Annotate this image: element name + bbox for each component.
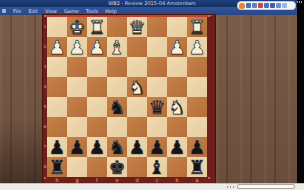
square-f4[interactable]: [87, 77, 107, 97]
square-f7[interactable]: ♟: [87, 137, 107, 157]
square-c3[interactable]: [147, 57, 167, 77]
piece-white-pawn: ♟: [87, 37, 107, 57]
piece-black-pawn: ♟: [167, 137, 187, 157]
square-b3[interactable]: [167, 57, 187, 77]
square-e2[interactable]: ♝: [107, 37, 127, 57]
piece-black-pawn: ♟: [87, 137, 107, 157]
frame-pin-icon: [44, 15, 46, 17]
status-resize-grip: [227, 186, 235, 188]
rank-label-1: 1: [43, 25, 47, 29]
piece-white-king: ♚: [67, 17, 87, 37]
piece-white-pawn: ♟: [47, 37, 67, 57]
app-icon: [2, 9, 6, 13]
piece-black-queen: ♛: [147, 97, 167, 117]
piece-black-pawn: ♟: [187, 137, 207, 157]
square-a4[interactable]: [187, 77, 207, 97]
square-f5[interactable]: [87, 97, 107, 117]
square-f2[interactable]: ♟: [87, 37, 107, 57]
table-shadow: [0, 120, 44, 183]
menu-item-file[interactable]: File: [13, 7, 21, 15]
square-b1[interactable]: [167, 17, 187, 37]
zoom-slider[interactable]: [237, 184, 295, 189]
square-d6[interactable]: [127, 117, 147, 137]
square-d8[interactable]: [127, 157, 147, 177]
square-h3[interactable]: [47, 57, 67, 77]
piece-black-bishop: ♝: [147, 157, 167, 177]
square-d2[interactable]: [127, 37, 147, 57]
piece-black-rook: ♜: [47, 157, 67, 177]
rank-label-8: 8: [43, 165, 47, 169]
menu-item-view[interactable]: View: [45, 7, 57, 15]
square-a8[interactable]: ♜: [187, 157, 207, 177]
square-c1[interactable]: [147, 17, 167, 37]
piece-white-rook: ♜: [187, 17, 207, 37]
square-c2[interactable]: [147, 37, 167, 57]
square-f6[interactable]: [87, 117, 107, 137]
chess-board[interactable]: ♚♜♛♜♟♟♟♝♟♟♞♞♛♞♟♟♟♞♟♟♟♟♜♚♝♜hgfedcba123456…: [47, 17, 207, 177]
square-h4[interactable]: [47, 77, 67, 97]
frame-pin-icon: [208, 15, 210, 17]
square-e1[interactable]: [107, 17, 127, 37]
chess-board-frame: ♚♜♛♜♟♟♟♝♟♟♞♞♛♞♟♟♟♞♟♟♟♟♜♚♝♜hgfedcba123456…: [43, 15, 215, 183]
ime-key-7-icon[interactable]: [282, 3, 287, 8]
square-c6[interactable]: [147, 117, 167, 137]
rank-label-4: 4: [43, 85, 47, 89]
square-f1[interactable]: ♜: [87, 17, 107, 37]
frame-pin-icon: [208, 177, 210, 179]
square-d1[interactable]: ♛: [127, 17, 147, 37]
square-c7[interactable]: ♟: [147, 137, 167, 157]
square-g2[interactable]: ♟: [67, 37, 87, 57]
ime-key-2-icon[interactable]: [252, 3, 257, 8]
square-h1[interactable]: [47, 17, 67, 37]
square-g4[interactable]: [67, 77, 87, 97]
piece-black-pawn: ♟: [127, 137, 147, 157]
window-controls[interactable]: [297, 1, 303, 4]
square-g5[interactable]: [67, 97, 87, 117]
menu-item-tools[interactable]: Tools: [86, 7, 98, 15]
ime-key-1-icon[interactable]: [246, 3, 251, 8]
square-d3[interactable]: [127, 57, 147, 77]
rank-label-7: 7: [43, 145, 47, 149]
ime-toolbar[interactable]: [237, 1, 296, 10]
square-a5[interactable]: [187, 97, 207, 117]
square-c5[interactable]: ♛: [147, 97, 167, 117]
background-window-edge: [297, 0, 304, 183]
rank-label-5: 5: [43, 105, 47, 109]
square-g3[interactable]: [67, 57, 87, 77]
square-d4[interactable]: ♞: [127, 77, 147, 97]
window-title: WB2 - Review 2015-04 Amsterdam: [108, 0, 195, 6]
piece-white-rook: ♜: [87, 17, 107, 37]
square-c4[interactable]: [147, 77, 167, 97]
rank-label-3: 3: [43, 65, 47, 69]
square-d5[interactable]: [127, 97, 147, 117]
frame-pin-icon: [44, 177, 46, 179]
rank-label-2: 2: [43, 45, 47, 49]
square-e3[interactable]: [107, 57, 127, 77]
ime-key-3-icon[interactable]: [258, 3, 263, 8]
square-b6[interactable]: [167, 117, 187, 137]
piece-white-pawn: ♟: [67, 37, 87, 57]
square-e6[interactable]: [107, 117, 127, 137]
square-b4[interactable]: [167, 77, 187, 97]
square-h8[interactable]: ♜: [47, 157, 67, 177]
square-d7[interactable]: ♟: [127, 137, 147, 157]
square-h5[interactable]: [47, 97, 67, 117]
piece-black-pawn: ♟: [67, 137, 87, 157]
square-e7[interactable]: ♞: [107, 137, 127, 157]
piece-black-knight: ♞: [107, 137, 127, 157]
square-g6[interactable]: [67, 117, 87, 137]
square-g7[interactable]: ♟: [67, 137, 87, 157]
menu-item-help[interactable]: Help: [105, 7, 116, 15]
square-a3[interactable]: [187, 57, 207, 77]
ime-key-4-icon[interactable]: [264, 3, 269, 8]
app-window: WB2 - Review 2015-04 Amsterdam FileEditV…: [0, 0, 304, 190]
square-c8[interactable]: ♝: [147, 157, 167, 177]
square-b7[interactable]: ♟: [167, 137, 187, 157]
square-g8[interactable]: [67, 157, 87, 177]
rank-label-6: 6: [43, 125, 47, 129]
piece-white-knight: ♞: [127, 77, 147, 97]
square-e5[interactable]: ♞: [107, 97, 127, 117]
square-a2[interactable]: ♟: [187, 37, 207, 57]
piece-white-bishop: ♝: [107, 37, 127, 57]
piece-black-knight: ♞: [107, 97, 127, 117]
square-a7[interactable]: ♟: [187, 137, 207, 157]
square-b5[interactable]: ♞: [167, 97, 187, 117]
piece-white-queen: ♛: [127, 17, 147, 37]
piece-white-pawn: ♟: [187, 37, 207, 57]
square-a1[interactable]: ♜: [187, 17, 207, 37]
ime-key-6-icon[interactable]: [276, 3, 281, 8]
square-e8[interactable]: ♚: [107, 157, 127, 177]
square-b2[interactable]: ♟: [167, 37, 187, 57]
menu-item-game[interactable]: Game: [64, 7, 79, 15]
square-h7[interactable]: ♟: [47, 137, 67, 157]
square-f8[interactable]: [87, 157, 107, 177]
square-g1[interactable]: ♚: [67, 17, 87, 37]
menu-item-edit[interactable]: Edit: [28, 7, 38, 15]
piece-white-pawn: ♟: [167, 37, 187, 57]
piece-black-king: ♚: [107, 157, 127, 177]
square-e4[interactable]: [107, 77, 127, 97]
piece-white-knight: ♞: [167, 97, 187, 117]
square-h2[interactable]: ♟: [47, 37, 67, 57]
square-h6[interactable]: [47, 117, 67, 137]
piece-black-pawn: ♟: [47, 137, 67, 157]
square-f3[interactable]: [87, 57, 107, 77]
square-b8[interactable]: [167, 157, 187, 177]
ime-logo-circle-icon[interactable]: [239, 3, 245, 9]
piece-black-rook: ♜: [187, 157, 207, 177]
square-a6[interactable]: [187, 117, 207, 137]
ime-key-5-icon[interactable]: [270, 3, 275, 8]
piece-black-pawn: ♟: [147, 137, 167, 157]
